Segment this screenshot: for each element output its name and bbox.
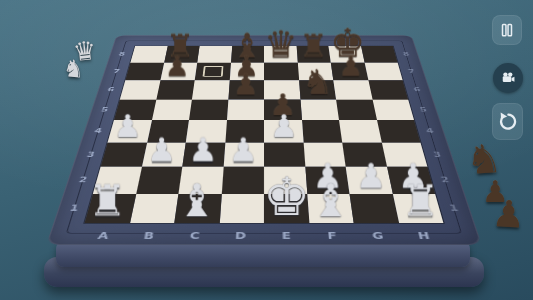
rank-label-8: 8	[397, 46, 415, 62]
square-h4[interactable]	[377, 120, 421, 142]
white-bishop-f1[interactable]: ♝	[311, 179, 352, 222]
square-d2[interactable]	[221, 167, 264, 194]
black-pawn-d6[interactable]: ♟	[233, 71, 259, 98]
square-c6[interactable]	[192, 80, 229, 99]
white-pawn-b3[interactable]: ♟	[147, 135, 176, 166]
pause-icon	[498, 21, 516, 39]
black-pawn-g7[interactable]: ♟	[338, 53, 363, 79]
square-g2[interactable]: ♟	[346, 167, 393, 194]
file-label-b: B	[125, 230, 173, 241]
square-d1[interactable]	[219, 194, 264, 223]
square-a4[interactable]: ♟	[108, 120, 152, 142]
captured-white-queen: ♛	[72, 37, 98, 65]
file-labels: ABCDEFGH	[79, 230, 448, 241]
black-rook-f8[interactable]: ♜	[300, 32, 329, 62]
black-pawn-b7[interactable]: ♟	[165, 53, 190, 79]
square-h5[interactable]	[372, 99, 414, 120]
rank-label-1: 1	[441, 194, 468, 223]
file-label-d: D	[218, 230, 264, 241]
square-e3[interactable]	[264, 142, 305, 166]
undo-button[interactable]	[492, 103, 523, 140]
file-label-g: G	[355, 230, 403, 241]
white-king-e1[interactable]: ♚	[263, 172, 310, 222]
captured-black-knight: ♞	[465, 138, 504, 180]
rank-label-3: 3	[426, 142, 450, 166]
black-queen-e8[interactable]: ♛	[264, 27, 298, 62]
rank-label-4: 4	[87, 120, 109, 142]
square-e8[interactable]: ♛	[264, 46, 297, 62]
square-h6[interactable]	[368, 80, 408, 99]
captured-black-pawn: ♟	[482, 177, 509, 207]
square-c8[interactable]	[197, 46, 232, 62]
square-g5[interactable]	[336, 99, 376, 120]
square-e1[interactable]: ♚	[264, 194, 309, 223]
square-b6[interactable]	[156, 80, 195, 99]
square-h7[interactable]	[364, 63, 402, 81]
camera-icon	[499, 69, 517, 87]
rank-label-7: 7	[402, 63, 421, 81]
square-d5[interactable]	[227, 99, 265, 120]
pause-button[interactable]	[492, 15, 522, 45]
chess-app: ♜♝♛♜♚♟♟♟♟♞♟♟♟♟♟♟♟♟♟♜♝♚♝♜ ABCDEFGH 876543…	[0, 0, 533, 300]
black-knight-f6[interactable]: ♞	[302, 66, 333, 99]
square-a1[interactable]: ♜	[85, 194, 136, 223]
square-c1[interactable]: ♝	[174, 194, 221, 223]
square-g1[interactable]	[350, 194, 399, 223]
last-move-highlight	[202, 66, 224, 77]
rank-label-6: 6	[407, 80, 427, 99]
square-h1[interactable]: ♜	[392, 194, 443, 223]
white-pawn-e4[interactable]: ♟	[270, 112, 298, 142]
square-b7[interactable]: ♟	[160, 63, 197, 81]
square-d3[interactable]: ♟	[223, 142, 264, 166]
file-label-a: A	[79, 230, 128, 241]
square-c7[interactable]	[195, 63, 231, 81]
square-f8[interactable]: ♜	[296, 46, 331, 62]
square-b3[interactable]: ♟	[141, 142, 185, 166]
square-f5[interactable]	[300, 99, 339, 120]
white-pawn-c3[interactable]: ♟	[188, 135, 217, 166]
chess-board-grid: ♜♝♛♜♚♟♟♟♟♞♟♟♟♟♟♟♟♟♟♜♝♚♝♜	[85, 46, 444, 223]
white-rook-h1[interactable]: ♜	[401, 181, 440, 222]
rank-label-7: 7	[107, 63, 126, 81]
file-label-h: H	[400, 230, 449, 241]
rank-label-5: 5	[94, 99, 115, 120]
file-label-e: E	[264, 230, 310, 241]
rank-label-1: 1	[61, 194, 88, 223]
square-a3[interactable]	[101, 142, 147, 166]
square-d6[interactable]: ♟	[228, 80, 264, 99]
captured-white-knight: ♞	[62, 56, 86, 82]
square-a7[interactable]	[125, 63, 163, 81]
square-b2[interactable]	[136, 167, 183, 194]
square-g7[interactable]: ♟	[331, 63, 368, 81]
undo-icon	[497, 111, 518, 132]
rank-label-5: 5	[413, 99, 434, 120]
rank-label-6: 6	[101, 80, 121, 99]
square-g6[interactable]	[333, 80, 372, 99]
square-e7[interactable]	[264, 63, 299, 81]
white-pawn-d3[interactable]: ♟	[229, 135, 258, 166]
white-pawn-a4[interactable]: ♟	[113, 112, 141, 142]
square-a6[interactable]	[120, 80, 160, 99]
rank-label-4: 4	[419, 120, 441, 142]
file-label-c: C	[172, 230, 219, 241]
rank-label-3: 3	[79, 142, 103, 166]
square-f4[interactable]	[302, 120, 343, 142]
camera-button[interactable]	[493, 63, 523, 93]
square-f1[interactable]: ♝	[307, 194, 354, 223]
square-g4[interactable]	[339, 120, 381, 142]
square-b5[interactable]	[152, 99, 192, 120]
file-label-f: F	[309, 230, 356, 241]
square-b1[interactable]	[129, 194, 178, 223]
square-h8[interactable]	[361, 46, 398, 62]
chess-board: ♜♝♛♜♚♟♟♟♟♞♟♟♟♟♟♟♟♟♟♜♝♚♝♜ ABCDEFGH 876543…	[46, 35, 482, 245]
square-a8[interactable]	[130, 46, 167, 62]
rank-label-8: 8	[113, 46, 131, 62]
white-rook-a1[interactable]: ♜	[88, 181, 127, 222]
captured-black-pawn: ♟	[491, 195, 526, 234]
square-c3[interactable]: ♟	[182, 142, 225, 166]
white-bishop-c1[interactable]: ♝	[176, 179, 217, 222]
square-c5[interactable]	[189, 99, 228, 120]
board-frame: ♜♝♛♜♚♟♟♟♟♞♟♟♟♟♟♟♟♟♟♜♝♚♝♜ ABCDEFGH 876543…	[46, 35, 482, 245]
square-f6[interactable]: ♞	[299, 80, 336, 99]
white-pawn-g2[interactable]: ♟	[355, 160, 386, 192]
square-e4[interactable]: ♟	[264, 120, 303, 142]
